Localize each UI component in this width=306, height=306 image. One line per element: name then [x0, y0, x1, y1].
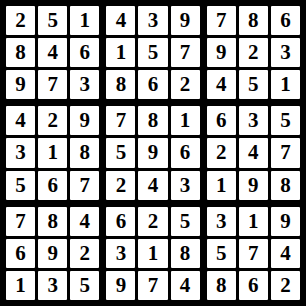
sudoku-cell-r1c8[interactable]: 8 — [239, 6, 268, 35]
sudoku-cell-r6c4[interactable]: 2 — [106, 171, 135, 200]
sudoku-cell-r9c2[interactable]: 3 — [38, 271, 67, 300]
sudoku-cell-r8c1[interactable]: 6 — [6, 239, 35, 268]
sudoku-cell-r2c4[interactable]: 1 — [106, 38, 135, 67]
sudoku-cell-r3c8[interactable]: 5 — [239, 70, 268, 99]
sudoku-cell-r1c6[interactable]: 9 — [171, 6, 200, 35]
sudoku-cell-r6c3[interactable]: 7 — [70, 171, 99, 200]
sudoku-cell-r4c2[interactable]: 2 — [38, 106, 67, 135]
sudoku-cell-r9c9[interactable]: 2 — [271, 271, 300, 300]
sudoku-cell-r6c7[interactable]: 1 — [207, 171, 236, 200]
sudoku-cell-r5c5[interactable]: 9 — [138, 138, 167, 167]
sudoku-cell-r3c5[interactable]: 6 — [138, 70, 167, 99]
sudoku-cell-r9c8[interactable]: 6 — [239, 271, 268, 300]
sudoku-cell-r8c5[interactable]: 1 — [138, 239, 167, 268]
sudoku-cell-r8c3[interactable]: 2 — [70, 239, 99, 268]
sudoku-cell-r8c4[interactable]: 3 — [106, 239, 135, 268]
sudoku-cell-r4c3[interactable]: 9 — [70, 106, 99, 135]
sudoku-puzzle: 2514397868461579239738624514297816353185… — [0, 0, 306, 306]
sudoku-cell-r3c3[interactable]: 3 — [70, 70, 99, 99]
sudoku-cell-r5c7[interactable]: 2 — [207, 138, 236, 167]
sudoku-cell-r6c9[interactable]: 8 — [271, 171, 300, 200]
sudoku-cell-r7c8[interactable]: 1 — [239, 207, 268, 236]
sudoku-cell-r1c9[interactable]: 6 — [271, 6, 300, 35]
sudoku-cell-r3c1[interactable]: 9 — [6, 70, 35, 99]
sudoku-cell-r8c9[interactable]: 4 — [271, 239, 300, 268]
sudoku-cell-r8c6[interactable]: 8 — [171, 239, 200, 268]
sudoku-cell-r3c4[interactable]: 8 — [106, 70, 135, 99]
sudoku-cell-r5c1[interactable]: 3 — [6, 138, 35, 167]
sudoku-cell-r9c1[interactable]: 1 — [6, 271, 35, 300]
sudoku-cell-r5c2[interactable]: 1 — [38, 138, 67, 167]
sudoku-cell-r7c3[interactable]: 4 — [70, 207, 99, 236]
sudoku-cell-r9c4[interactable]: 9 — [106, 271, 135, 300]
sudoku-cell-r2c1[interactable]: 8 — [6, 38, 35, 67]
sudoku-cell-r8c7[interactable]: 5 — [207, 239, 236, 268]
sudoku-cell-r6c2[interactable]: 6 — [38, 171, 67, 200]
sudoku-cell-r9c7[interactable]: 8 — [207, 271, 236, 300]
sudoku-board: 2514397868461579239738624514297816353185… — [0, 0, 306, 306]
sudoku-cell-r4c8[interactable]: 3 — [239, 106, 268, 135]
sudoku-cell-r3c9[interactable]: 1 — [271, 70, 300, 99]
sudoku-cell-r5c4[interactable]: 5 — [106, 138, 135, 167]
sudoku-cell-r2c7[interactable]: 9 — [207, 38, 236, 67]
sudoku-cell-r7c6[interactable]: 5 — [171, 207, 200, 236]
sudoku-cell-r7c7[interactable]: 3 — [207, 207, 236, 236]
sudoku-cell-r4c7[interactable]: 6 — [207, 106, 236, 135]
sudoku-cell-r1c4[interactable]: 4 — [106, 6, 135, 35]
sudoku-cell-r7c4[interactable]: 6 — [106, 207, 135, 236]
sudoku-cell-r9c5[interactable]: 7 — [138, 271, 167, 300]
sudoku-cell-r2c3[interactable]: 6 — [70, 38, 99, 67]
sudoku-cell-r8c2[interactable]: 9 — [38, 239, 67, 268]
sudoku-cell-r5c8[interactable]: 4 — [239, 138, 268, 167]
sudoku-cell-r4c5[interactable]: 8 — [138, 106, 167, 135]
sudoku-cell-r3c7[interactable]: 4 — [207, 70, 236, 99]
sudoku-cell-r1c1[interactable]: 2 — [6, 6, 35, 35]
sudoku-cell-r5c6[interactable]: 6 — [171, 138, 200, 167]
sudoku-cell-r7c9[interactable]: 9 — [271, 207, 300, 236]
sudoku-cell-r1c3[interactable]: 1 — [70, 6, 99, 35]
sudoku-cell-r7c5[interactable]: 2 — [138, 207, 167, 236]
sudoku-cell-r2c2[interactable]: 4 — [38, 38, 67, 67]
sudoku-cell-r5c3[interactable]: 8 — [70, 138, 99, 167]
sudoku-cell-r7c2[interactable]: 8 — [38, 207, 67, 236]
sudoku-cell-r3c6[interactable]: 2 — [171, 70, 200, 99]
sudoku-cell-r6c1[interactable]: 5 — [6, 171, 35, 200]
sudoku-cell-r2c9[interactable]: 3 — [271, 38, 300, 67]
sudoku-cell-r3c2[interactable]: 7 — [38, 70, 67, 99]
sudoku-cell-r4c1[interactable]: 4 — [6, 106, 35, 135]
sudoku-cell-r5c9[interactable]: 7 — [271, 138, 300, 167]
sudoku-cell-r2c8[interactable]: 2 — [239, 38, 268, 67]
sudoku-cell-r4c9[interactable]: 5 — [271, 106, 300, 135]
sudoku-cell-r4c4[interactable]: 7 — [106, 106, 135, 135]
sudoku-cell-r9c3[interactable]: 5 — [70, 271, 99, 300]
sudoku-cell-r1c2[interactable]: 5 — [38, 6, 67, 35]
sudoku-cell-r6c8[interactable]: 9 — [239, 171, 268, 200]
sudoku-cell-r4c6[interactable]: 1 — [171, 106, 200, 135]
sudoku-cell-r8c8[interactable]: 7 — [239, 239, 268, 268]
sudoku-cell-r1c5[interactable]: 3 — [138, 6, 167, 35]
sudoku-cell-r9c6[interactable]: 4 — [171, 271, 200, 300]
sudoku-cell-r2c5[interactable]: 5 — [138, 38, 167, 67]
sudoku-cell-r7c1[interactable]: 7 — [6, 207, 35, 236]
sudoku-cell-r1c7[interactable]: 7 — [207, 6, 236, 35]
sudoku-cell-r6c6[interactable]: 3 — [171, 171, 200, 200]
sudoku-cell-r2c6[interactable]: 7 — [171, 38, 200, 67]
sudoku-cell-r6c5[interactable]: 4 — [138, 171, 167, 200]
